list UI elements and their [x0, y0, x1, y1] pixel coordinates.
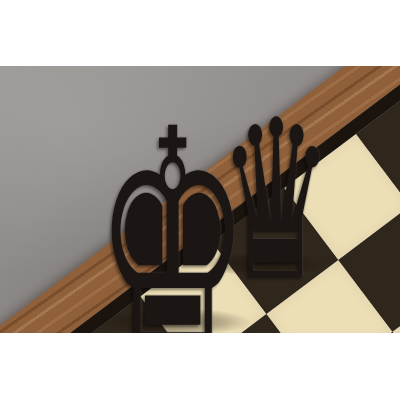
white-matte-top [0, 0, 400, 66]
white-matte-bottom [0, 333, 400, 400]
black-king-piece: ♚ [95, 91, 246, 333]
product-photo: ♛ ♚ [0, 0, 400, 400]
photo-area: ♛ ♚ [0, 66, 400, 333]
